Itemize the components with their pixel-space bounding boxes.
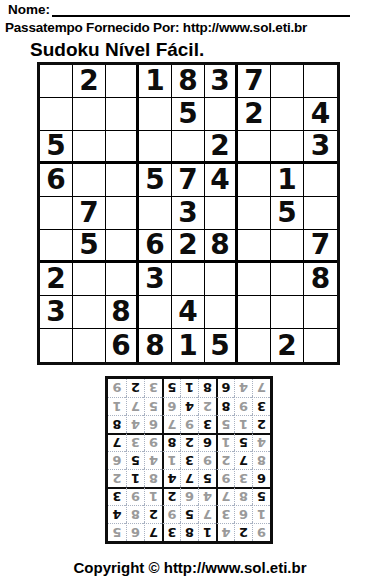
solution-cell-r4c7: 8 — [144, 469, 162, 487]
puzzle-cell-r7c8 — [271, 263, 304, 296]
puzzle-cell-r6c3 — [106, 230, 139, 263]
puzzle-cell-r1c7: 7 — [238, 65, 271, 98]
solution-cell-r4c5: 7 — [180, 469, 198, 487]
solution-cell-r4c6: 4 — [162, 469, 180, 487]
puzzle-cell-r2c6 — [205, 98, 238, 131]
puzzle-cell-r1c6: 3 — [205, 65, 238, 98]
puzzle-cell-r4c2 — [73, 164, 106, 197]
solution-cell-r3c1: 5 — [252, 487, 270, 505]
puzzle-cell-r8c6 — [205, 296, 238, 329]
solution-cell-r7c6: 7 — [162, 415, 180, 433]
puzzle-cell-r6c5: 2 — [172, 230, 205, 263]
printable-sudoku-page: Nome: Passatempo Fornecido Por: http://w… — [0, 0, 380, 585]
puzzle-cell-r5c3 — [106, 197, 139, 230]
puzzle-cell-r8c8 — [271, 296, 304, 329]
puzzle-cell-r1c3 — [106, 65, 139, 98]
solution-cell-r6c6: 8 — [162, 433, 180, 451]
puzzle-cell-r2c4 — [139, 98, 172, 131]
puzzle-cell-r2c7: 2 — [238, 98, 271, 131]
solution-cell-r7c3: 5 — [216, 415, 234, 433]
copyright-text: Copyright © http://www.sol.eti.br — [0, 559, 380, 576]
puzzle-cell-r4c7 — [238, 164, 271, 197]
puzzle-cell-r4c8: 1 — [271, 164, 304, 197]
puzzle-cell-r9c4: 8 — [139, 329, 172, 362]
solution-cell-r3c4: 4 — [198, 487, 216, 505]
solution-cell-r9c5: 1 — [180, 379, 198, 397]
puzzle-cell-r3c2 — [73, 131, 106, 164]
solution-cell-r6c4: 6 — [198, 433, 216, 451]
puzzle-cell-r9c3: 6 — [106, 329, 139, 362]
puzzle-cell-r3c6: 2 — [205, 131, 238, 164]
solution-cell-r6c7: 9 — [144, 433, 162, 451]
solution-cell-r6c1: 4 — [252, 433, 270, 451]
solution-cell-r7c5: 9 — [180, 415, 198, 433]
puzzle-cell-r5c9 — [304, 197, 337, 230]
page-title: Sudoku Nível Fácil. — [30, 39, 204, 61]
puzzle-cell-r7c1: 2 — [40, 263, 73, 296]
solution-cell-r3c2: 8 — [234, 487, 252, 505]
solution-cell-r5c1: 8 — [252, 451, 270, 469]
puzzle-cell-r7c5 — [172, 263, 205, 296]
solution-cell-r1c9: 5 — [108, 523, 126, 541]
puzzle-cell-r9c7 — [238, 329, 271, 362]
puzzle-cell-r3c1: 5 — [40, 131, 73, 164]
puzzle-cell-r1c9 — [304, 65, 337, 98]
solution-cell-r9c8: 2 — [126, 379, 144, 397]
puzzle-cell-r9c8: 2 — [271, 329, 304, 362]
solution-cell-r4c4: 5 — [198, 469, 216, 487]
solution-cell-r2c4: 7 — [198, 505, 216, 523]
solution-grid-rotated-wrapper: 9241837651637592845874621936395748128729… — [105, 376, 273, 544]
solution-cell-r5c9: 6 — [108, 451, 126, 469]
solution-cell-r8c2: 9 — [234, 397, 252, 415]
sudoku-puzzle-grid: 21837524523657417355628723838468152 — [37, 62, 340, 365]
puzzle-cell-r6c8 — [271, 230, 304, 263]
solution-cell-r3c5: 6 — [180, 487, 198, 505]
provider-line: Passatempo Fornecido Por: http://www.sol… — [5, 20, 307, 35]
puzzle-cell-r4c1: 6 — [40, 164, 73, 197]
solution-cell-r6c3: 1 — [216, 433, 234, 451]
solution-cell-r7c4: 3 — [198, 415, 216, 433]
puzzle-cell-r9c1 — [40, 329, 73, 362]
solution-cell-r5c6: 1 — [162, 451, 180, 469]
puzzle-cell-r8c4 — [139, 296, 172, 329]
puzzle-cell-r7c4: 3 — [139, 263, 172, 296]
puzzle-cell-r7c9: 8 — [304, 263, 337, 296]
solution-cell-r2c3: 3 — [216, 505, 234, 523]
solution-cell-r8c7: 5 — [144, 397, 162, 415]
solution-cell-r5c8: 5 — [126, 451, 144, 469]
puzzle-cell-r8c3: 8 — [106, 296, 139, 329]
puzzle-cell-r1c2: 2 — [73, 65, 106, 98]
solution-cell-r7c7: 6 — [144, 415, 162, 433]
solution-cell-r8c8: 7 — [126, 397, 144, 415]
solution-cell-r9c6: 5 — [162, 379, 180, 397]
puzzle-cell-r5c8: 5 — [271, 197, 304, 230]
name-fill-line — [52, 2, 350, 17]
puzzle-cell-r4c6: 4 — [205, 164, 238, 197]
puzzle-cell-r2c9: 4 — [304, 98, 337, 131]
puzzle-cell-r4c5: 7 — [172, 164, 205, 197]
puzzle-cell-r4c4: 5 — [139, 164, 172, 197]
puzzle-cell-r3c8 — [271, 131, 304, 164]
puzzle-cell-r4c3 — [106, 164, 139, 197]
solution-cell-r9c4: 8 — [198, 379, 216, 397]
puzzle-cell-r3c5 — [172, 131, 205, 164]
solution-cell-r1c6: 3 — [162, 523, 180, 541]
solution-cell-r8c9: 1 — [108, 397, 126, 415]
solution-cell-r4c2: 3 — [234, 469, 252, 487]
solution-cell-r1c3: 4 — [216, 523, 234, 541]
solution-cell-r2c6: 9 — [162, 505, 180, 523]
solution-cell-r1c2: 2 — [234, 523, 252, 541]
solution-cell-r3c7: 1 — [144, 487, 162, 505]
puzzle-cell-r2c2 — [73, 98, 106, 131]
puzzle-cell-r8c5: 4 — [172, 296, 205, 329]
puzzle-cell-r5c1 — [40, 197, 73, 230]
puzzle-cell-r8c9 — [304, 296, 337, 329]
solution-cell-r6c8: 3 — [126, 433, 144, 451]
solution-cell-r4c9: 2 — [108, 469, 126, 487]
puzzle-cell-r7c2 — [73, 263, 106, 296]
sudoku-solution-grid: 9241837651637592845874621936395748128729… — [105, 376, 273, 544]
solution-cell-r2c1: 1 — [252, 505, 270, 523]
puzzle-cell-r7c7 — [238, 263, 271, 296]
puzzle-cell-r7c3 — [106, 263, 139, 296]
solution-cell-r1c5: 8 — [180, 523, 198, 541]
solution-cell-r2c7: 2 — [144, 505, 162, 523]
puzzle-cell-r6c7 — [238, 230, 271, 263]
puzzle-cell-r6c1 — [40, 230, 73, 263]
puzzle-cell-r3c4 — [139, 131, 172, 164]
puzzle-cell-r5c7 — [238, 197, 271, 230]
puzzle-cell-r3c7 — [238, 131, 271, 164]
solution-cell-r5c2: 7 — [234, 451, 252, 469]
solution-cell-r7c9: 8 — [108, 415, 126, 433]
puzzle-cell-r2c3 — [106, 98, 139, 131]
puzzle-cell-r2c5: 5 — [172, 98, 205, 131]
puzzle-cell-r5c4 — [139, 197, 172, 230]
puzzle-cell-r2c1 — [40, 98, 73, 131]
solution-cell-r2c9: 4 — [108, 505, 126, 523]
solution-cell-r9c9: 9 — [108, 379, 126, 397]
puzzle-cell-r2c8 — [271, 98, 304, 131]
puzzle-cell-r1c4: 1 — [139, 65, 172, 98]
solution-cell-r5c3: 2 — [216, 451, 234, 469]
puzzle-cell-r6c6: 8 — [205, 230, 238, 263]
puzzle-cell-r1c1 — [40, 65, 73, 98]
solution-cell-r3c3: 7 — [216, 487, 234, 505]
solution-cell-r1c8: 6 — [126, 523, 144, 541]
puzzle-cell-r5c5: 3 — [172, 197, 205, 230]
puzzle-cell-r6c4: 6 — [139, 230, 172, 263]
name-label: Nome: — [8, 2, 50, 17]
solution-cell-r4c8: 1 — [126, 469, 144, 487]
solution-cell-r3c6: 2 — [162, 487, 180, 505]
solution-cell-r6c9: 7 — [108, 433, 126, 451]
solution-cell-r1c1: 9 — [252, 523, 270, 541]
puzzle-cell-r9c2 — [73, 329, 106, 362]
solution-cell-r6c5: 2 — [180, 433, 198, 451]
solution-cell-r2c5: 5 — [180, 505, 198, 523]
solution-cell-r7c8: 4 — [126, 415, 144, 433]
solution-cell-r8c3: 8 — [216, 397, 234, 415]
puzzle-cell-r8c2 — [73, 296, 106, 329]
puzzle-cell-r9c6: 5 — [205, 329, 238, 362]
solution-cell-r5c7: 4 — [144, 451, 162, 469]
puzzle-cell-r1c8 — [271, 65, 304, 98]
puzzle-cell-r6c9: 7 — [304, 230, 337, 263]
solution-cell-r7c2: 1 — [234, 415, 252, 433]
solution-cell-r5c4: 9 — [198, 451, 216, 469]
solution-cell-r1c7: 7 — [144, 523, 162, 541]
solution-cell-r2c8: 8 — [126, 505, 144, 523]
puzzle-cell-r7c6 — [205, 263, 238, 296]
solution-cell-r8c5: 4 — [180, 397, 198, 415]
puzzle-cell-r9c5: 1 — [172, 329, 205, 362]
solution-cell-r1c4: 1 — [198, 523, 216, 541]
puzzle-cell-r3c9: 3 — [304, 131, 337, 164]
solution-cell-r8c6: 6 — [162, 397, 180, 415]
solution-cell-r9c2: 4 — [234, 379, 252, 397]
puzzle-cell-r3c3 — [106, 131, 139, 164]
solution-cell-r5c5: 3 — [180, 451, 198, 469]
solution-cell-r8c1: 3 — [252, 397, 270, 415]
puzzle-cell-r4c9 — [304, 164, 337, 197]
puzzle-cell-r5c6 — [205, 197, 238, 230]
solution-cell-r6c2: 5 — [234, 433, 252, 451]
solution-cell-r7c1: 2 — [252, 415, 270, 433]
solution-cell-r3c9: 3 — [108, 487, 126, 505]
solution-cell-r3c8: 9 — [126, 487, 144, 505]
solution-cell-r9c3: 6 — [216, 379, 234, 397]
puzzle-cell-r8c7 — [238, 296, 271, 329]
name-row: Nome: — [8, 2, 350, 17]
puzzle-cell-r1c5: 8 — [172, 65, 205, 98]
solution-cell-r4c3: 9 — [216, 469, 234, 487]
puzzle-cell-r9c9 — [304, 329, 337, 362]
solution-cell-r9c7: 3 — [144, 379, 162, 397]
solution-cell-r2c2: 6 — [234, 505, 252, 523]
puzzle-cell-r6c2: 5 — [73, 230, 106, 263]
solution-cell-r9c1: 7 — [252, 379, 270, 397]
puzzle-cell-r5c2: 7 — [73, 197, 106, 230]
solution-cell-r8c4: 2 — [198, 397, 216, 415]
solution-cell-r4c1: 6 — [252, 469, 270, 487]
puzzle-cell-r8c1: 3 — [40, 296, 73, 329]
